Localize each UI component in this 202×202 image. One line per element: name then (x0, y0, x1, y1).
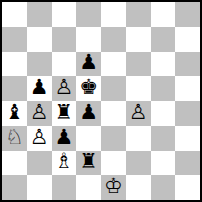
square-f6[interactable] (126, 52, 151, 77)
square-g7[interactable] (151, 27, 176, 52)
square-b2[interactable] (27, 151, 52, 176)
square-b7[interactable] (27, 27, 52, 52)
square-a6[interactable] (2, 52, 27, 77)
square-d1[interactable] (76, 175, 101, 200)
square-a1[interactable] (2, 175, 27, 200)
black-rook: ♜ (79, 151, 98, 172)
square-b3[interactable]: ♙ (27, 126, 52, 151)
square-h2[interactable] (175, 151, 200, 176)
black-pawn: ♟ (79, 52, 98, 73)
square-g8[interactable] (151, 2, 176, 27)
square-g6[interactable] (151, 52, 176, 77)
square-f3[interactable] (126, 126, 151, 151)
square-a8[interactable] (2, 2, 27, 27)
square-a2[interactable] (2, 151, 27, 176)
square-c7[interactable] (52, 27, 77, 52)
square-a4[interactable]: ♝ (2, 101, 27, 126)
square-e1[interactable]: ♔ (101, 175, 126, 200)
square-c8[interactable] (52, 2, 77, 27)
square-h3[interactable] (175, 126, 200, 151)
square-d2[interactable]: ♜ (76, 151, 101, 176)
black-pawn: ♟ (54, 127, 73, 148)
square-c1[interactable] (52, 175, 77, 200)
square-h7[interactable] (175, 27, 200, 52)
square-b8[interactable] (27, 2, 52, 27)
black-bishop: ♝ (5, 102, 24, 123)
square-a5[interactable] (2, 76, 27, 101)
square-h1[interactable] (175, 175, 200, 200)
black-pawn: ♟ (79, 102, 98, 123)
black-rook: ♜ (54, 102, 73, 123)
square-c6[interactable] (52, 52, 77, 77)
square-h6[interactable] (175, 52, 200, 77)
black-king: ♚ (79, 77, 98, 98)
square-h8[interactable] (175, 2, 200, 27)
square-b6[interactable] (27, 52, 52, 77)
square-f5[interactable] (126, 76, 151, 101)
square-d4[interactable]: ♟ (76, 101, 101, 126)
square-b1[interactable] (27, 175, 52, 200)
square-e2[interactable] (101, 151, 126, 176)
white-king: ♔ (104, 176, 123, 197)
square-a3[interactable]: ♘ (2, 126, 27, 151)
square-h4[interactable] (175, 101, 200, 126)
white-pawn: ♙ (129, 102, 148, 123)
white-bishop: ♗ (54, 151, 73, 172)
square-b4[interactable]: ♙ (27, 101, 52, 126)
square-f4[interactable]: ♙ (126, 101, 151, 126)
square-h5[interactable] (175, 76, 200, 101)
square-c2[interactable]: ♗ (52, 151, 77, 176)
black-pawn: ♟ (30, 77, 49, 98)
square-e3[interactable] (101, 126, 126, 151)
white-pawn: ♙ (30, 127, 49, 148)
square-f7[interactable] (126, 27, 151, 52)
square-e6[interactable] (101, 52, 126, 77)
white-pawn: ♙ (30, 102, 49, 123)
square-e4[interactable] (101, 101, 126, 126)
square-f8[interactable] (126, 2, 151, 27)
square-d5[interactable]: ♚ (76, 76, 101, 101)
square-f1[interactable] (126, 175, 151, 200)
chess-board: ♟♟♙♚♝♙♜♟♙♘♙♟♗♜♔ (0, 0, 202, 202)
square-g3[interactable] (151, 126, 176, 151)
square-g2[interactable] (151, 151, 176, 176)
square-d3[interactable] (76, 126, 101, 151)
square-f2[interactable] (126, 151, 151, 176)
square-c5[interactable]: ♙ (52, 76, 77, 101)
square-c3[interactable]: ♟ (52, 126, 77, 151)
square-g1[interactable] (151, 175, 176, 200)
white-pawn: ♙ (54, 77, 73, 98)
square-e8[interactable] (101, 2, 126, 27)
square-a7[interactable] (2, 27, 27, 52)
white-knight: ♘ (5, 127, 24, 148)
square-e7[interactable] (101, 27, 126, 52)
square-d7[interactable] (76, 27, 101, 52)
square-g4[interactable] (151, 101, 176, 126)
square-e5[interactable] (101, 76, 126, 101)
square-d8[interactable] (76, 2, 101, 27)
square-g5[interactable] (151, 76, 176, 101)
square-b5[interactable]: ♟ (27, 76, 52, 101)
square-d6[interactable]: ♟ (76, 52, 101, 77)
square-c4[interactable]: ♜ (52, 101, 77, 126)
